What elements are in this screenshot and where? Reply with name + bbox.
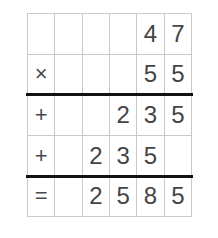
cell-r2c2-empty [55,55,81,95]
rule-line-under-multiplier [26,93,193,96]
cell-r4c6-empty [165,136,191,176]
cell-r1c4-empty [110,14,136,54]
cell-r4c5-digit: 5 [137,136,163,176]
worksheet: 47×55+235+235=2585 [0,0,218,238]
rule-line-under-partials [26,175,193,178]
cell-r5c4-digit: 5 [110,176,136,216]
cell-r1c3-empty [83,14,109,54]
cell-r5c2-empty [55,176,81,216]
cell-r1c6-digit: 7 [165,14,191,54]
cell-r5c6-digit: 5 [165,176,191,216]
cell-r2c1-operator: × [28,55,54,95]
cell-r4c1-operator: + [28,136,54,176]
cell-r2c6-digit: 5 [165,55,191,95]
cell-r4c2-empty [55,136,81,176]
cell-r3c3-empty [83,95,109,135]
cell-r2c4-empty [110,55,136,95]
cell-r1c2-empty [55,14,81,54]
cell-r3c5-digit: 3 [137,95,163,135]
cell-r5c1-operator: = [28,176,54,216]
cell-r5c3-digit: 2 [83,176,109,216]
cell-r3c1-operator: + [28,95,54,135]
cell-r1c5-digit: 4 [137,14,163,54]
cell-r4c3-digit: 2 [83,136,109,176]
cell-r2c5-digit: 5 [137,55,163,95]
cell-r3c4-digit: 2 [110,95,136,135]
multiplication-grid: 47×55+235+235=2585 [27,13,192,217]
cell-r4c4-digit: 3 [110,136,136,176]
cell-r2c3-empty [83,55,109,95]
cell-r5c5-digit: 8 [137,176,163,216]
cell-r1c1-empty [28,14,54,54]
cell-r3c6-digit: 5 [165,95,191,135]
cell-r3c2-empty [55,95,81,135]
